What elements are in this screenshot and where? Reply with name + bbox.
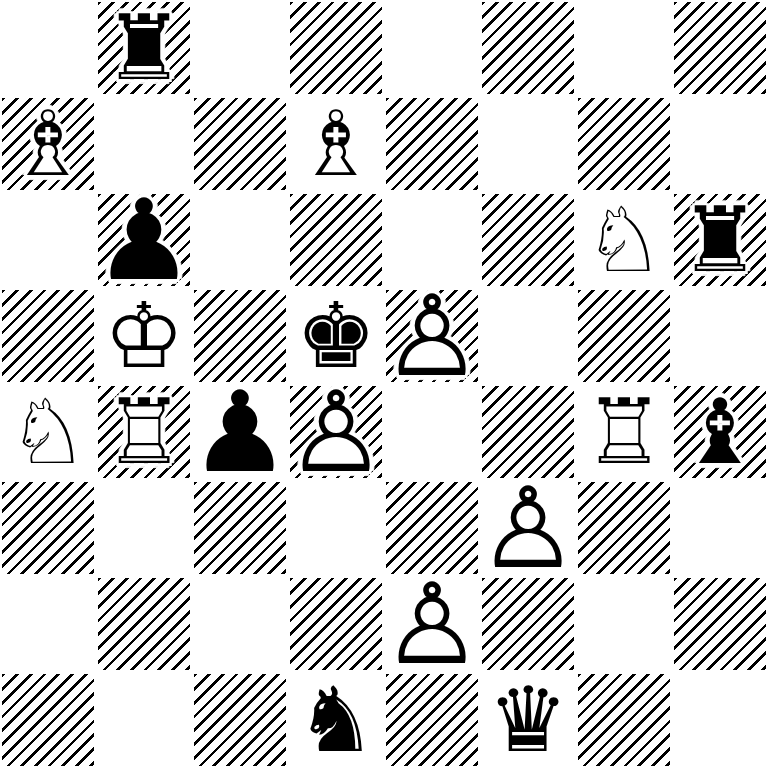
square-g1[interactable] (576, 672, 672, 768)
square-b1[interactable] (96, 672, 192, 768)
square-h3[interactable] (672, 480, 768, 576)
black-bishop-piece[interactable]: ♝♝ (672, 384, 768, 480)
square-g8[interactable] (576, 0, 672, 96)
white-knight-icon: ♘ (0, 384, 96, 480)
white-king-piece[interactable]: ♚♔ (96, 288, 192, 384)
square-d6[interactable] (288, 192, 384, 288)
square-d8[interactable] (288, 0, 384, 96)
black-rook-icon: ♜ (672, 192, 768, 288)
square-g5[interactable] (576, 288, 672, 384)
square-f3[interactable]: ♟♙ (480, 480, 576, 576)
black-pawn-icon: ♟ (96, 192, 192, 288)
black-pawn-piece[interactable]: ♟♟ (96, 192, 192, 288)
square-b6[interactable]: ♟♟ (96, 192, 192, 288)
square-b5[interactable]: ♚♔ (96, 288, 192, 384)
square-h6[interactable]: ♜♜ (672, 192, 768, 288)
square-a3[interactable] (0, 480, 96, 576)
black-rook-piece[interactable]: ♜♜ (96, 0, 192, 96)
white-knight-icon: ♘ (576, 192, 672, 288)
square-h4[interactable]: ♝♝ (672, 384, 768, 480)
square-c4[interactable]: ♟♟ (192, 384, 288, 480)
square-d4[interactable]: ♟♙ (288, 384, 384, 480)
square-g3[interactable] (576, 480, 672, 576)
square-h8[interactable] (672, 0, 768, 96)
square-d1[interactable]: ♞♞ (288, 672, 384, 768)
square-d2[interactable] (288, 576, 384, 672)
square-e5[interactable]: ♟♙ (384, 288, 480, 384)
square-e7[interactable] (384, 96, 480, 192)
black-rook-icon: ♜ (96, 0, 192, 96)
square-a4[interactable]: ♞♘ (0, 384, 96, 480)
black-pawn-piece[interactable]: ♟♟ (192, 384, 288, 480)
square-f1[interactable]: ♛♛ (480, 672, 576, 768)
black-bishop-icon: ♝ (672, 384, 768, 480)
square-c1[interactable] (192, 672, 288, 768)
square-e2[interactable]: ♟♙ (384, 576, 480, 672)
white-pawn-icon: ♙ (480, 480, 576, 576)
white-bishop-piece[interactable]: ♝♗ (288, 96, 384, 192)
chess-board: ♜♜♝♗♝♗♟♟♞♘♜♜♚♔♚♚♟♙♞♘♜♖♟♟♟♙♜♖♝♝♟♙♟♙♞♞♛♛ (0, 0, 768, 768)
square-b2[interactable] (96, 576, 192, 672)
white-pawn-piece[interactable]: ♟♙ (288, 384, 384, 480)
square-c8[interactable] (192, 0, 288, 96)
white-pawn-icon: ♙ (288, 384, 384, 480)
white-king-icon: ♔ (96, 288, 192, 384)
square-a7[interactable]: ♝♗ (0, 96, 96, 192)
white-bishop-icon: ♗ (0, 96, 96, 192)
square-d7[interactable]: ♝♗ (288, 96, 384, 192)
square-h7[interactable] (672, 96, 768, 192)
square-g6[interactable]: ♞♘ (576, 192, 672, 288)
square-a1[interactable] (0, 672, 96, 768)
white-rook-icon: ♖ (576, 384, 672, 480)
black-rook-piece[interactable]: ♜♜ (672, 192, 768, 288)
square-b3[interactable] (96, 480, 192, 576)
white-rook-piece[interactable]: ♜♖ (96, 384, 192, 480)
square-e8[interactable] (384, 0, 480, 96)
square-a8[interactable] (0, 0, 96, 96)
white-bishop-piece[interactable]: ♝♗ (0, 96, 96, 192)
square-f6[interactable] (480, 192, 576, 288)
square-a5[interactable] (0, 288, 96, 384)
white-pawn-piece[interactable]: ♟♙ (384, 576, 480, 672)
white-pawn-icon: ♙ (384, 576, 480, 672)
black-pawn-icon: ♟ (192, 384, 288, 480)
square-f5[interactable] (480, 288, 576, 384)
square-c2[interactable] (192, 576, 288, 672)
black-knight-piece[interactable]: ♞♞ (288, 672, 384, 768)
white-knight-piece[interactable]: ♞♘ (576, 192, 672, 288)
square-a2[interactable] (0, 576, 96, 672)
white-rook-icon: ♖ (96, 384, 192, 480)
white-pawn-icon: ♙ (384, 288, 480, 384)
white-bishop-icon: ♗ (288, 96, 384, 192)
white-pawn-piece[interactable]: ♟♙ (384, 288, 480, 384)
black-queen-icon: ♛ (480, 672, 576, 768)
white-knight-piece[interactable]: ♞♘ (0, 384, 96, 480)
square-f8[interactable] (480, 0, 576, 96)
square-g7[interactable] (576, 96, 672, 192)
black-queen-piece[interactable]: ♛♛ (480, 672, 576, 768)
white-pawn-piece[interactable]: ♟♙ (480, 480, 576, 576)
square-g4[interactable]: ♜♖ (576, 384, 672, 480)
square-h5[interactable] (672, 288, 768, 384)
square-b8[interactable]: ♜♜ (96, 0, 192, 96)
square-h1[interactable] (672, 672, 768, 768)
square-h2[interactable] (672, 576, 768, 672)
square-c6[interactable] (192, 192, 288, 288)
square-f7[interactable] (480, 96, 576, 192)
white-rook-piece[interactable]: ♜♖ (576, 384, 672, 480)
square-c7[interactable] (192, 96, 288, 192)
black-knight-icon: ♞ (288, 672, 384, 768)
square-b4[interactable]: ♜♖ (96, 384, 192, 480)
square-g2[interactable] (576, 576, 672, 672)
square-a6[interactable] (0, 192, 96, 288)
